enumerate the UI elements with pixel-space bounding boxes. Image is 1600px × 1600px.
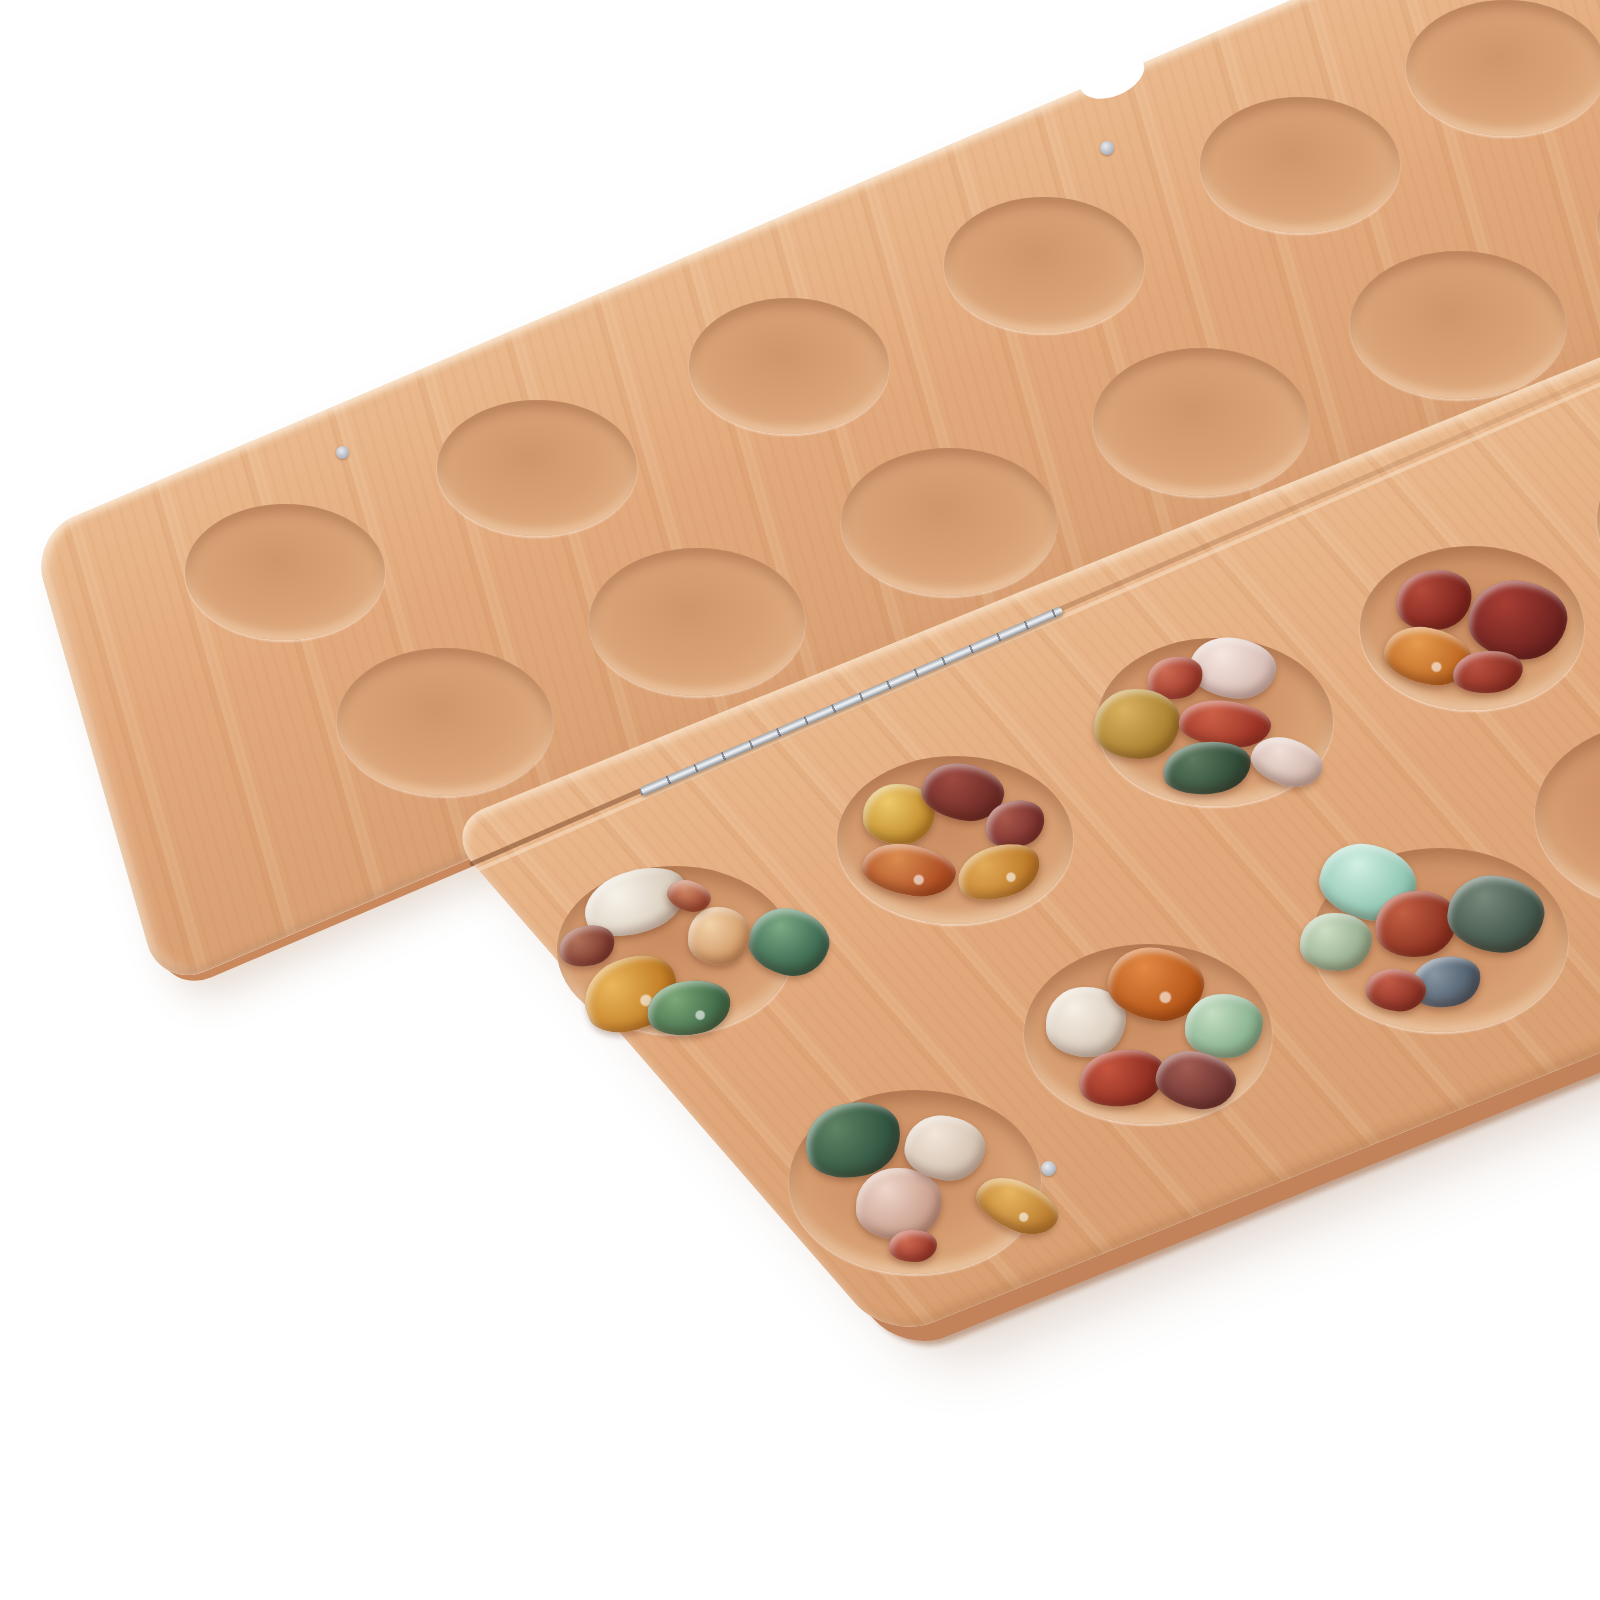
gemstone-d2-3 <box>1185 994 1263 1058</box>
board-layer <box>0 0 1600 1600</box>
magnet-dot-2 <box>1100 141 1114 155</box>
pit-a2[interactable] <box>437 400 637 536</box>
pit-b2[interactable] <box>589 548 805 696</box>
pit-a1[interactable] <box>185 504 385 640</box>
pit-b1[interactable] <box>337 648 553 796</box>
pit-a4[interactable] <box>944 197 1144 333</box>
pit-d4[interactable] <box>1535 721 1600 909</box>
pit-b4[interactable] <box>1093 348 1309 496</box>
gemstone-d3-2 <box>1300 913 1372 971</box>
pit-a5[interactable] <box>1200 97 1400 233</box>
gemstone-c1-6 <box>688 907 750 965</box>
gemstone-d1-2 <box>856 1168 942 1240</box>
pit-b3[interactable] <box>841 448 1057 596</box>
gemstone-d1-5 <box>889 1230 937 1262</box>
pit-b5[interactable] <box>1350 251 1566 399</box>
product-photo-scene <box>0 0 1600 1600</box>
magnet-dot-1 <box>336 446 349 459</box>
gemstone-c3-3 <box>1094 689 1180 759</box>
pit-a6[interactable] <box>1406 0 1600 136</box>
magnet-dot-3 <box>1041 1161 1056 1176</box>
pit-a3[interactable] <box>689 298 889 434</box>
